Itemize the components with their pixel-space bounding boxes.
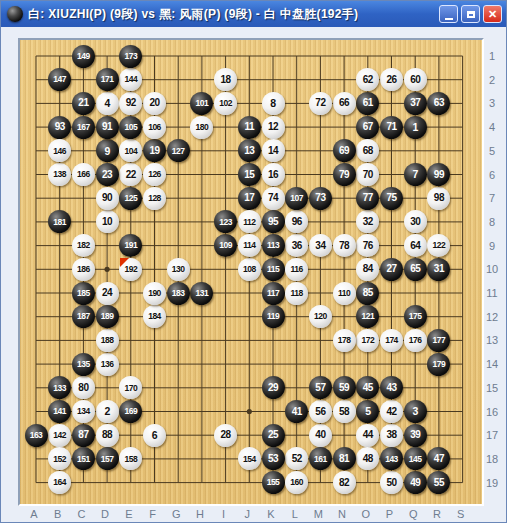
row-label-5: 5 bbox=[489, 145, 495, 157]
stone-N5: 69 bbox=[333, 139, 356, 162]
go-board[interactable]: 1234567891011121314151617181920212223242… bbox=[18, 38, 484, 506]
stone-E1: 173 bbox=[119, 45, 142, 68]
stone-M9: 34 bbox=[309, 234, 332, 257]
stone-H4: 180 bbox=[190, 116, 213, 139]
col-label-L: L bbox=[292, 508, 298, 520]
col-label-R: R bbox=[433, 508, 441, 520]
row-label-6: 6 bbox=[489, 169, 495, 181]
stone-F17: 6 bbox=[143, 424, 166, 447]
col-label-F: F bbox=[149, 508, 156, 520]
stone-D5: 9 bbox=[96, 139, 119, 162]
stone-D8: 10 bbox=[96, 210, 119, 233]
maximize-icon bbox=[467, 11, 475, 18]
stone-C1: 149 bbox=[72, 45, 95, 68]
col-label-H: H bbox=[196, 508, 204, 520]
stone-O10: 84 bbox=[356, 258, 379, 281]
stone-F7: 128 bbox=[143, 187, 166, 210]
stone-Q18: 145 bbox=[404, 447, 427, 470]
stone-Q9: 64 bbox=[404, 234, 427, 257]
close-icon: ✕ bbox=[488, 9, 497, 20]
stone-R7: 98 bbox=[427, 187, 450, 210]
last-move-marker bbox=[120, 258, 129, 267]
stone-O4: 67 bbox=[356, 116, 379, 139]
stone-N13: 178 bbox=[333, 329, 356, 352]
stone-N6: 79 bbox=[333, 163, 356, 186]
stone-M3: 72 bbox=[309, 92, 332, 115]
stone-K5: 14 bbox=[262, 139, 285, 162]
stone-K18: 53 bbox=[262, 447, 285, 470]
stone-P19: 50 bbox=[380, 471, 403, 494]
stone-N16: 58 bbox=[333, 400, 356, 423]
col-label-G: G bbox=[172, 508, 181, 520]
stone-L10: 116 bbox=[285, 258, 308, 281]
col-label-O: O bbox=[362, 508, 371, 520]
stone-Q17: 39 bbox=[404, 424, 427, 447]
stone-F11: 190 bbox=[143, 282, 166, 305]
row-label-10: 10 bbox=[486, 263, 498, 275]
stone-D12: 189 bbox=[96, 305, 119, 328]
stone-Q13: 176 bbox=[404, 329, 427, 352]
stone-D4: 91 bbox=[96, 116, 119, 139]
stone-B4: 93 bbox=[48, 116, 71, 139]
stone-O11: 85 bbox=[356, 282, 379, 305]
stone-D17: 88 bbox=[96, 424, 119, 447]
stone-K9: 113 bbox=[262, 234, 285, 257]
stone-K17: 25 bbox=[262, 424, 285, 447]
stone-C17: 87 bbox=[72, 424, 95, 447]
stone-G5: 127 bbox=[167, 139, 190, 162]
col-label-A: A bbox=[30, 508, 37, 520]
col-label-P: P bbox=[386, 508, 393, 520]
stone-C9: 182 bbox=[72, 234, 95, 257]
minimize-button[interactable] bbox=[439, 5, 458, 23]
row-label-1: 1 bbox=[489, 50, 495, 62]
col-label-E: E bbox=[125, 508, 132, 520]
row-label-4: 4 bbox=[489, 121, 495, 133]
col-label-I: I bbox=[222, 508, 225, 520]
stone-C3: 21 bbox=[72, 92, 95, 115]
stone-D18: 157 bbox=[96, 447, 119, 470]
row-label-9: 9 bbox=[489, 240, 495, 252]
stone-N3: 66 bbox=[333, 92, 356, 115]
stone-M16: 56 bbox=[309, 400, 332, 423]
stone-K4: 12 bbox=[262, 116, 285, 139]
stone-D2: 171 bbox=[96, 68, 119, 91]
stone-J5: 13 bbox=[238, 139, 261, 162]
stone-Q3: 37 bbox=[404, 92, 427, 115]
stone-C12: 187 bbox=[72, 305, 95, 328]
stone-C4: 167 bbox=[72, 116, 95, 139]
stone-F3: 20 bbox=[143, 92, 166, 115]
stone-C10: 186 bbox=[72, 258, 95, 281]
stone-P17: 38 bbox=[380, 424, 403, 447]
stone-L7: 107 bbox=[285, 187, 308, 210]
stone-N18: 81 bbox=[333, 447, 356, 470]
stone-D16: 2 bbox=[96, 400, 119, 423]
stone-P10: 27 bbox=[380, 258, 403, 281]
row-label-2: 2 bbox=[489, 74, 495, 86]
stone-P7: 75 bbox=[380, 187, 403, 210]
stone-K11: 117 bbox=[262, 282, 285, 305]
stone-A17: 163 bbox=[25, 424, 48, 447]
stone-F4: 106 bbox=[143, 116, 166, 139]
col-label-C: C bbox=[77, 508, 85, 520]
stone-E4: 105 bbox=[119, 116, 142, 139]
col-label-M: M bbox=[314, 508, 323, 520]
stone-L11: 118 bbox=[285, 282, 308, 305]
stone-K8: 95 bbox=[262, 210, 285, 233]
stone-O7: 77 bbox=[356, 187, 379, 210]
stone-Q10: 65 bbox=[404, 258, 427, 281]
row-label-3: 3 bbox=[489, 97, 495, 109]
stone-M17: 40 bbox=[309, 424, 332, 447]
stone-H11: 131 bbox=[190, 282, 213, 305]
stone-K19: 155 bbox=[262, 471, 285, 494]
stone-G11: 183 bbox=[167, 282, 190, 305]
stone-D7: 90 bbox=[96, 187, 119, 210]
title-bar[interactable]: 白: XIUZHI(P) (9段) vs 黑: 风雨(P) (9段) - 白 中… bbox=[1, 1, 506, 27]
stone-K10: 115 bbox=[262, 258, 285, 281]
row-label-19: 19 bbox=[486, 477, 498, 489]
stone-J7: 17 bbox=[238, 187, 261, 210]
stone-C16: 134 bbox=[72, 400, 95, 423]
row-label-17: 17 bbox=[486, 429, 498, 441]
stone-N11: 110 bbox=[333, 282, 356, 305]
minimize-icon bbox=[445, 18, 453, 20]
col-label-Q: Q bbox=[409, 508, 418, 520]
stone-I3: 102 bbox=[214, 92, 237, 115]
stone-J4: 11 bbox=[238, 116, 261, 139]
stone-G10: 130 bbox=[167, 258, 190, 281]
row-label-7: 7 bbox=[489, 192, 495, 204]
stone-Q6: 7 bbox=[404, 163, 427, 186]
col-label-K: K bbox=[267, 508, 274, 520]
stone-O17: 44 bbox=[356, 424, 379, 447]
stone-I17: 28 bbox=[214, 424, 237, 447]
col-label-J: J bbox=[245, 508, 251, 520]
stone-P13: 174 bbox=[380, 329, 403, 352]
row-label-14: 14 bbox=[486, 358, 498, 370]
maximize-button[interactable] bbox=[461, 5, 480, 23]
stone-N19: 82 bbox=[333, 471, 356, 494]
stone-C6: 166 bbox=[72, 163, 95, 186]
col-label-N: N bbox=[338, 508, 346, 520]
stone-Q16: 3 bbox=[404, 400, 427, 423]
go-stone-app-icon bbox=[7, 6, 23, 22]
stone-D3: 4 bbox=[96, 92, 119, 115]
stone-F6: 126 bbox=[143, 163, 166, 186]
stone-Q8: 30 bbox=[404, 210, 427, 233]
row-label-18: 18 bbox=[486, 453, 498, 465]
stone-M12: 120 bbox=[309, 305, 332, 328]
row-label-15: 15 bbox=[486, 382, 498, 394]
stone-J10: 108 bbox=[238, 258, 261, 281]
row-label-11: 11 bbox=[486, 287, 497, 299]
stone-Q19: 49 bbox=[404, 471, 427, 494]
stone-K3: 8 bbox=[262, 92, 285, 115]
stone-P16: 42 bbox=[380, 400, 403, 423]
col-label-S: S bbox=[457, 508, 464, 520]
row-label-12: 12 bbox=[486, 311, 498, 323]
stone-K6: 16 bbox=[262, 163, 285, 186]
stone-K15: 29 bbox=[262, 376, 285, 399]
row-label-8: 8 bbox=[489, 216, 495, 228]
go-viewer-window: 白: XIUZHI(P) (9段) vs 黑: 风雨(P) (9段) - 白 中… bbox=[0, 0, 507, 523]
stone-C11: 185 bbox=[72, 282, 95, 305]
stone-J9: 114 bbox=[238, 234, 261, 257]
stone-C14: 135 bbox=[72, 353, 95, 376]
stone-R14: 179 bbox=[427, 353, 450, 376]
window-title: 白: XIUZHI(P) (9段) vs 黑: 风雨(P) (9段) - 白 中… bbox=[28, 6, 358, 23]
row-label-16: 16 bbox=[486, 406, 498, 418]
stone-D14: 136 bbox=[96, 353, 119, 376]
stone-J6: 15 bbox=[238, 163, 261, 186]
stone-K12: 119 bbox=[262, 305, 285, 328]
stone-N9: 78 bbox=[333, 234, 356, 257]
stone-K7: 74 bbox=[262, 187, 285, 210]
stone-P4: 71 bbox=[380, 116, 403, 139]
stone-Q4: 1 bbox=[404, 116, 427, 139]
stone-D11: 24 bbox=[96, 282, 119, 305]
stone-E7: 125 bbox=[119, 187, 142, 210]
stone-D6: 23 bbox=[96, 163, 119, 186]
stone-Q12: 175 bbox=[404, 305, 427, 328]
stone-D13: 188 bbox=[96, 329, 119, 352]
col-label-B: B bbox=[54, 508, 61, 520]
stone-B17: 142 bbox=[48, 424, 71, 447]
stone-M7: 73 bbox=[309, 187, 332, 210]
row-label-13: 13 bbox=[486, 334, 498, 346]
close-button[interactable]: ✕ bbox=[483, 5, 502, 23]
col-label-D: D bbox=[101, 508, 109, 520]
stone-N15: 59 bbox=[333, 376, 356, 399]
stone-Q2: 60 bbox=[404, 68, 427, 91]
